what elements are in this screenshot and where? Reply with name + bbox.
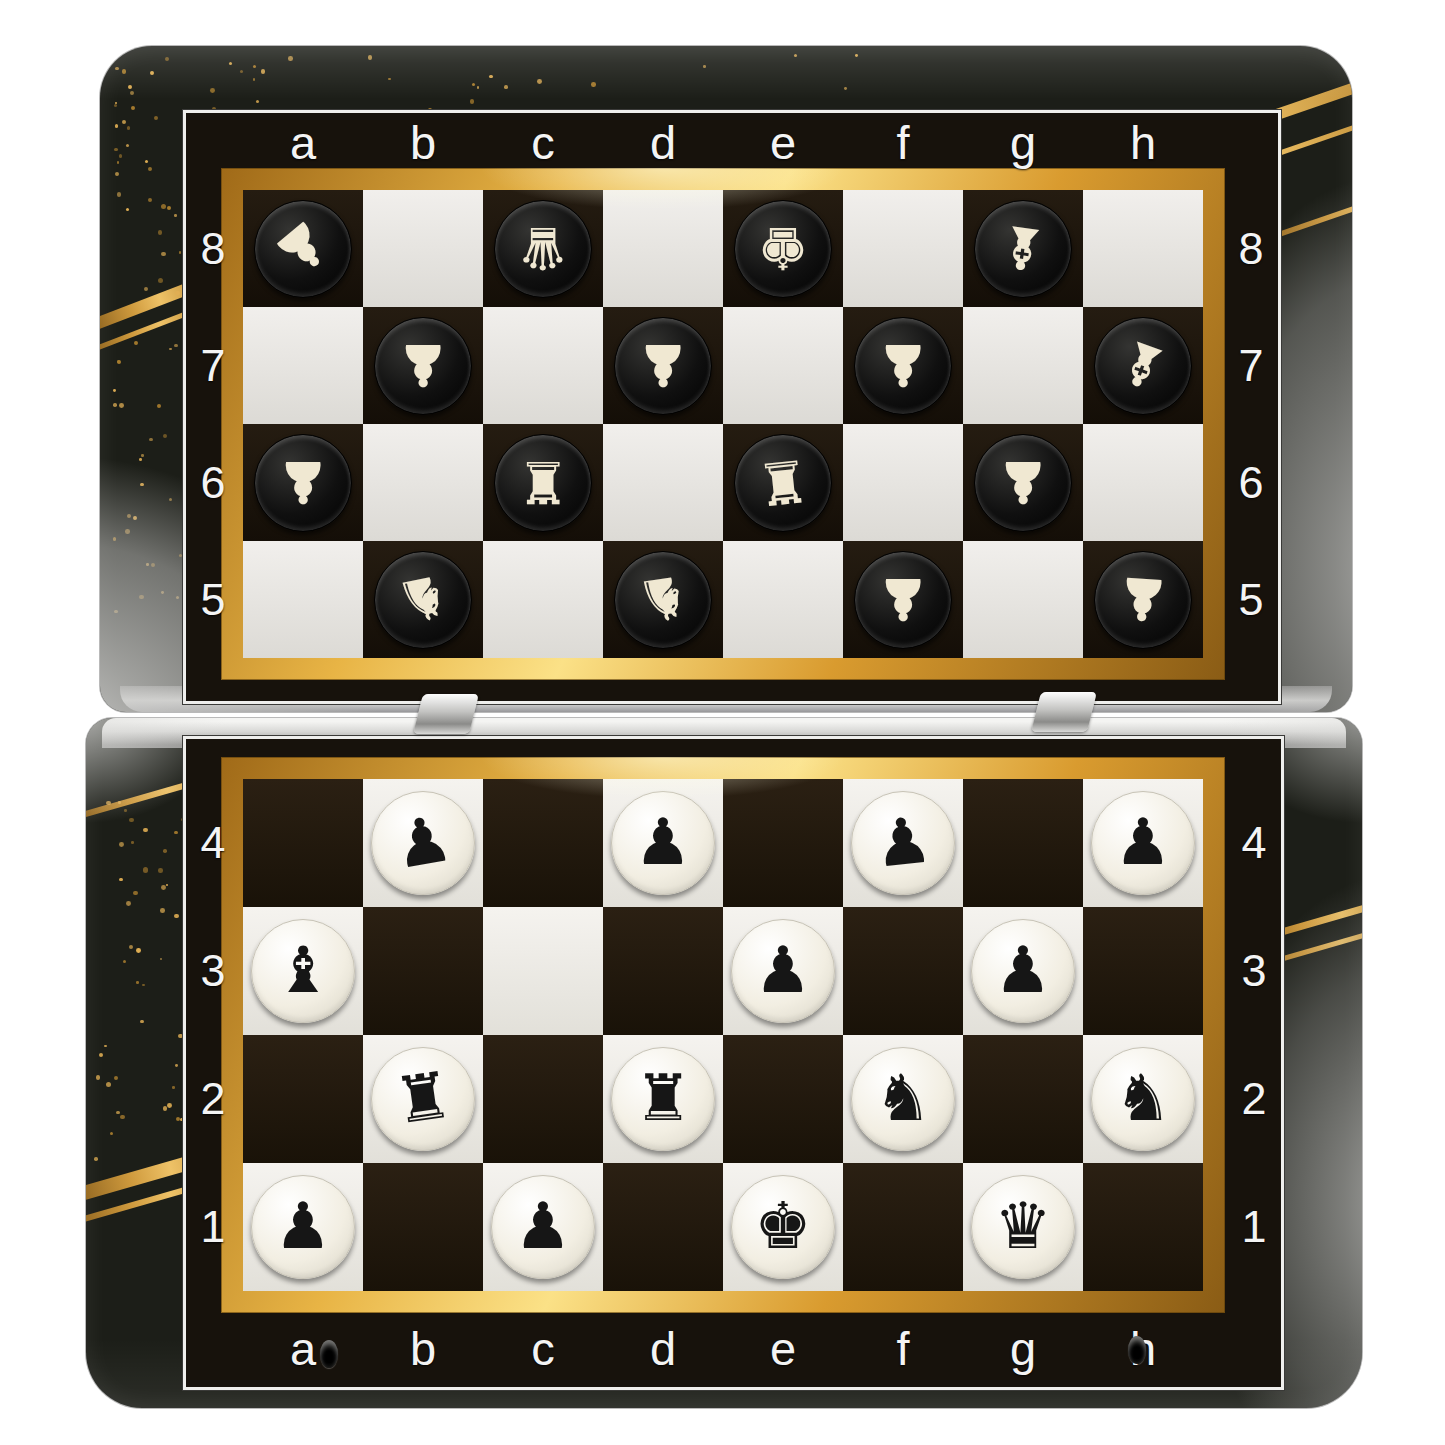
square-a8[interactable]: ♟ (243, 190, 363, 307)
product-photo-stage: abcdefgh 8765 8765 ♟♛♚♝♟♟♟♝♟♜♜♟♞♞♟♟ 4321… (0, 0, 1445, 1445)
gold-dot (118, 801, 121, 804)
square-b7[interactable]: ♟ (363, 307, 483, 424)
piece-white-rook-d2[interactable]: ♜ (611, 1047, 715, 1151)
gold-dot (148, 167, 152, 171)
gold-dot (158, 230, 163, 235)
pawn-glyph: ♟ (975, 435, 1071, 529)
gold-dot (127, 514, 131, 518)
rank-label-4: 4 (186, 779, 240, 907)
rank-label-6: 6 (186, 424, 240, 541)
rank-label-5: 5 (1224, 541, 1278, 658)
pawn-glyph: ♟ (855, 318, 951, 412)
gold-dot (169, 348, 172, 351)
top-board-panel: abcdefgh 8765 8765 ♟♛♚♝♟♟♟♝♟♜♜♟♞♞♟♟ (183, 110, 1281, 704)
square-c2[interactable] (483, 1035, 603, 1163)
square-c4[interactable] (483, 779, 603, 907)
gold-dot (160, 958, 162, 960)
square-d7[interactable]: ♟ (603, 307, 723, 424)
knight-glyph: ♞ (852, 1048, 954, 1148)
file-label-e: e (723, 115, 843, 170)
square-b5[interactable]: ♞ (363, 541, 483, 658)
square-g7[interactable] (963, 307, 1083, 424)
square-e1[interactable]: ♚ (723, 1163, 843, 1291)
square-h3[interactable] (1083, 907, 1203, 1035)
rank-label-8: 8 (186, 190, 240, 307)
square-h6[interactable] (1083, 424, 1203, 541)
gold-dot (146, 563, 149, 566)
gold-dot (145, 160, 148, 163)
pawn-glyph: ♟ (492, 1176, 594, 1276)
piece-black-pawn-f7[interactable]: ♟ (854, 317, 952, 415)
hinge-clip-right (1031, 692, 1097, 732)
gold-board-frame: ♟♛♚♝♟♟♟♝♟♜♜♟♞♞♟♟ (221, 168, 1225, 680)
gold-dot (117, 161, 119, 163)
gold-dot (161, 591, 164, 594)
piece-white-queen-g1[interactable]: ♛ (971, 1175, 1075, 1279)
gold-dot (140, 1020, 144, 1024)
tin-base-bottom: 4321 4321 ♟♟♟♟♝♟♟♜♜♞♞♟♟♚♛ abcdefgh (86, 718, 1362, 1408)
gold-dot (124, 809, 127, 812)
piece-white-pawn-f4[interactable]: ♟ (851, 791, 955, 895)
gold-dot (116, 1111, 120, 1115)
gold-dot (240, 70, 244, 74)
gold-dot (114, 1076, 118, 1080)
knight-glyph: ♞ (609, 545, 717, 651)
piece-black-king-e8[interactable]: ♚ (734, 200, 832, 298)
gold-dot (210, 88, 215, 93)
file-label-b: b (363, 1319, 483, 1377)
gold-dot (175, 291, 179, 295)
queen-glyph: ♛ (972, 1176, 1074, 1276)
piece-white-king-e1[interactable]: ♚ (731, 1175, 835, 1279)
square-a2[interactable] (243, 1035, 363, 1163)
rank-label-3: 3 (1227, 907, 1281, 1035)
square-e2[interactable] (723, 1035, 843, 1163)
gold-dot (150, 71, 154, 75)
square-a5[interactable] (243, 541, 363, 658)
pawn-glyph: ♟ (855, 552, 951, 646)
king-glyph: ♚ (735, 201, 831, 295)
gold-dot (160, 908, 165, 913)
gold-dot (175, 1064, 178, 1067)
file-label-a: a (243, 115, 363, 170)
file-label-b: b (363, 115, 483, 170)
gold-dot (477, 86, 480, 89)
square-d4[interactable]: ♟ (603, 779, 723, 907)
gold-dot (253, 78, 256, 81)
piece-white-knight-f2[interactable]: ♞ (851, 1047, 955, 1151)
gold-dot (256, 100, 259, 103)
file-label-h: h (1083, 115, 1203, 170)
rank-labels-bottom-left: 4321 (186, 779, 240, 1291)
gold-dot (161, 204, 166, 209)
gold-dot (123, 960, 127, 964)
gold-dot (139, 595, 144, 600)
gold-dot (161, 252, 166, 257)
gold-dot (174, 344, 177, 347)
pawn-glyph: ♟ (252, 1176, 354, 1276)
square-a7[interactable] (243, 307, 363, 424)
piece-white-knight-h2[interactable]: ♞ (1091, 1047, 1195, 1151)
gold-dot (143, 867, 148, 872)
gold-dot (119, 403, 124, 408)
gold-dot (472, 83, 475, 86)
gold-dot (114, 148, 118, 152)
file-label-g: g (963, 115, 1083, 170)
gold-dot (117, 360, 120, 363)
square-f7[interactable]: ♟ (843, 307, 963, 424)
square-h5[interactable]: ♟ (1083, 541, 1203, 658)
square-c5[interactable] (483, 541, 603, 658)
square-g6[interactable]: ♟ (963, 424, 1083, 541)
piece-black-rook-e6[interactable]: ♜ (734, 434, 832, 532)
gold-dot (172, 1086, 174, 1088)
piece-black-pawn-b7[interactable]: ♟ (374, 317, 472, 415)
file-label-f: f (843, 1319, 963, 1377)
pawn-glyph: ♟ (255, 435, 351, 529)
square-h2[interactable]: ♞ (1083, 1035, 1203, 1163)
gold-dot (126, 208, 129, 211)
rook-glyph: ♜ (366, 1041, 481, 1154)
gold-dot (114, 56, 117, 59)
gold-dot (167, 1103, 172, 1108)
piece-black-pawn-f5[interactable]: ♟ (854, 551, 952, 649)
rank-labels-bottom-right: 4321 (1227, 779, 1281, 1291)
piece-white-rook-b2[interactable]: ♜ (371, 1047, 475, 1151)
gold-dot (114, 104, 117, 107)
pawn-glyph: ♟ (1092, 792, 1194, 892)
hinge-clip-left (413, 694, 479, 734)
king-glyph: ♚ (732, 1176, 834, 1276)
square-f2[interactable]: ♞ (843, 1035, 963, 1163)
file-label-d: d (603, 115, 723, 170)
queen-glyph: ♛ (495, 201, 591, 295)
piece-black-pawn-a6[interactable]: ♟ (254, 434, 352, 532)
piece-black-pawn-g6[interactable]: ♟ (974, 434, 1072, 532)
file-label-d: d (603, 1319, 723, 1377)
gold-dot (844, 87, 847, 90)
pawn-glyph: ♟ (236, 181, 370, 315)
pawn-glyph: ♟ (732, 920, 834, 1020)
piece-white-bishop-a3[interactable]: ♝ (251, 919, 355, 1023)
file-label-g: g (963, 1319, 1083, 1377)
square-c7[interactable] (483, 307, 603, 424)
gold-dot (388, 78, 391, 81)
gold-dot (133, 891, 138, 896)
gold-dot (104, 1045, 106, 1047)
rank-label-2: 2 (186, 1035, 240, 1163)
gold-dot (142, 984, 145, 987)
piece-white-pawn-d4[interactable]: ♟ (611, 791, 715, 895)
rank-label-7: 7 (1224, 307, 1278, 424)
gold-dot (119, 878, 123, 882)
gold-board-frame: ♟♟♟♟♝♟♟♜♜♞♞♟♟♚♛ (221, 757, 1225, 1313)
gold-dot (368, 55, 373, 60)
square-h4[interactable]: ♟ (1083, 779, 1203, 907)
gold-dot (129, 945, 133, 949)
gold-dot (94, 1157, 97, 1160)
gold-dot (134, 341, 138, 345)
square-g8[interactable]: ♝ (963, 190, 1083, 307)
square-b4[interactable]: ♟ (363, 779, 483, 907)
gold-dot (133, 516, 137, 520)
gold-dot (106, 801, 110, 805)
gold-dot (179, 554, 182, 557)
gold-dot (136, 948, 141, 953)
file-label-c: c (483, 115, 603, 170)
rook-glyph: ♜ (612, 1048, 714, 1148)
square-g5[interactable] (963, 541, 1083, 658)
square-b8[interactable] (363, 190, 483, 307)
gold-dot (794, 54, 798, 58)
gold-dot (158, 868, 162, 872)
gold-dot (122, 120, 126, 124)
square-c8[interactable]: ♛ (483, 190, 603, 307)
gold-dot (165, 57, 169, 61)
gold-dot (591, 82, 596, 87)
gold-dot (537, 79, 542, 84)
piece-white-pawn-e3[interactable]: ♟ (731, 919, 835, 1023)
gold-dot (176, 596, 179, 599)
gold-dot (115, 172, 119, 176)
pawn-glyph: ♟ (1092, 548, 1194, 648)
square-d5[interactable]: ♞ (603, 541, 723, 658)
square-a1[interactable]: ♟ (243, 1163, 363, 1291)
pawn-glyph: ♟ (972, 920, 1074, 1020)
piece-black-bishop-g8[interactable]: ♝ (974, 200, 1072, 298)
file-labels-top: abcdefgh (243, 115, 1203, 169)
piece-black-rook-c6[interactable]: ♜ (494, 434, 592, 532)
gold-dot (166, 884, 168, 886)
gold-dot (119, 842, 124, 847)
rank-label-3: 3 (186, 907, 240, 1035)
file-label-a: a (243, 1319, 363, 1377)
gold-dot (113, 537, 117, 541)
tin-rim-hole-left (320, 1340, 338, 1368)
gold-dot (163, 434, 167, 438)
square-a3[interactable]: ♝ (243, 907, 363, 1035)
rook-glyph: ♜ (730, 430, 835, 534)
rook-glyph: ♜ (495, 435, 591, 529)
gold-dot (157, 404, 161, 408)
square-g2[interactable] (963, 1035, 1083, 1163)
square-b3[interactable] (363, 907, 483, 1035)
file-label-e: e (723, 1319, 843, 1377)
rank-label-1: 1 (1227, 1163, 1281, 1291)
gold-dot (99, 1053, 103, 1057)
rank-label-1: 1 (186, 1163, 240, 1291)
square-d6[interactable] (603, 424, 723, 541)
gold-dot (148, 198, 152, 202)
chessboard-ranks-4-to-1: ♟♟♟♟♝♟♟♜♜♞♞♟♟♚♛ (243, 779, 1203, 1291)
gold-dot (703, 65, 705, 67)
piece-white-pawn-b4[interactable]: ♟ (371, 791, 475, 895)
square-a6[interactable]: ♟ (243, 424, 363, 541)
gold-dot (154, 116, 158, 120)
gold-dot (125, 529, 130, 534)
gold-dot (163, 1106, 167, 1110)
gold-dot (139, 458, 142, 461)
rank-label-7: 7 (186, 307, 240, 424)
gold-dot (504, 85, 508, 89)
piece-black-knight-b5[interactable]: ♞ (374, 551, 472, 649)
bishop-glyph: ♝ (252, 920, 354, 1020)
gold-dot (174, 214, 177, 217)
piece-black-pawn-a8[interactable]: ♟ (254, 200, 352, 298)
pawn-glyph: ♟ (615, 318, 711, 412)
gold-dot (117, 192, 121, 196)
square-b1[interactable] (363, 1163, 483, 1291)
gold-dot (470, 99, 475, 104)
pawn-glyph: ♟ (612, 792, 714, 892)
gold-dot (161, 885, 166, 890)
gold-dot (106, 1082, 111, 1087)
bishop-glyph: ♝ (1082, 304, 1204, 425)
piece-black-bishop-h7[interactable]: ♝ (1094, 317, 1192, 415)
square-h7[interactable]: ♝ (1083, 307, 1203, 424)
square-a4[interactable] (243, 779, 363, 907)
knight-glyph: ♞ (366, 543, 479, 655)
file-label-f: f (843, 115, 963, 170)
gold-dot (96, 1075, 100, 1079)
square-c3[interactable] (483, 907, 603, 1035)
tin-lid-top: abcdefgh 8765 8765 ♟♛♚♝♟♟♟♝♟♜♜♟♞♞♟♟ (100, 46, 1352, 712)
gold-dot (140, 483, 143, 486)
gold-dot (144, 287, 148, 291)
gold-dot (176, 1117, 180, 1121)
square-h1[interactable] (1083, 1163, 1203, 1291)
piece-white-pawn-a1[interactable]: ♟ (251, 1175, 355, 1279)
gold-dot (128, 85, 132, 89)
pawn-glyph: ♟ (364, 784, 482, 900)
square-f1[interactable] (843, 1163, 963, 1291)
square-d1[interactable] (603, 1163, 723, 1291)
square-g3[interactable]: ♟ (963, 907, 1083, 1035)
gold-dot (143, 828, 147, 832)
rank-label-6: 6 (1224, 424, 1278, 541)
piece-white-pawn-h4[interactable]: ♟ (1091, 791, 1195, 895)
rank-label-4: 4 (1227, 779, 1281, 907)
square-e4[interactable] (723, 779, 843, 907)
square-f4[interactable]: ♟ (843, 779, 963, 907)
gold-dot (119, 154, 123, 158)
square-f6[interactable] (843, 424, 963, 541)
gold-dot (136, 981, 139, 984)
square-d2[interactable]: ♜ (603, 1035, 723, 1163)
gold-dot (163, 849, 167, 853)
gold-dot (141, 454, 143, 456)
gold-dot (114, 54, 118, 58)
square-d8[interactable] (603, 190, 723, 307)
square-e7[interactable] (723, 307, 843, 424)
gold-dot (169, 498, 172, 501)
piece-black-queen-c8[interactable]: ♛ (494, 200, 592, 298)
rank-label-5: 5 (186, 541, 240, 658)
file-labels-bottom: abcdefgh (243, 1319, 1203, 1377)
square-f8[interactable] (843, 190, 963, 307)
bishop-glyph: ♝ (969, 194, 1077, 300)
pawn-glyph: ♟ (847, 787, 959, 897)
square-c1[interactable]: ♟ (483, 1163, 603, 1291)
gold-dot (229, 62, 232, 65)
gold-dot (489, 75, 492, 78)
gold-dot (174, 914, 178, 918)
piece-white-pawn-c1[interactable]: ♟ (491, 1175, 595, 1279)
square-f3[interactable] (843, 907, 963, 1035)
gold-dot (131, 106, 135, 110)
square-e6[interactable]: ♜ (723, 424, 843, 541)
gold-dot (158, 278, 163, 283)
rank-labels-top-left: 8765 (186, 190, 240, 658)
gold-dot (113, 403, 117, 407)
gold-dot (174, 831, 177, 834)
piece-black-knight-d5[interactable]: ♞ (614, 551, 712, 649)
gold-dot (149, 438, 152, 441)
gold-dot (130, 91, 134, 95)
gold-dot (131, 841, 134, 844)
gold-dot (114, 610, 117, 613)
rank-label-8: 8 (1224, 190, 1278, 307)
square-b2[interactable]: ♜ (363, 1035, 483, 1163)
square-b6[interactable] (363, 424, 483, 541)
square-g1[interactable]: ♛ (963, 1163, 1083, 1291)
gold-dot (122, 69, 126, 73)
gold-dot (179, 251, 182, 254)
gold-dot (127, 126, 130, 129)
square-g4[interactable] (963, 779, 1083, 907)
square-e8[interactable]: ♚ (723, 190, 843, 307)
file-label-c: c (483, 1319, 603, 1377)
piece-white-pawn-g3[interactable]: ♟ (971, 919, 1075, 1023)
pawn-glyph: ♟ (375, 318, 471, 412)
gold-dot (115, 124, 119, 128)
knight-glyph: ♞ (1092, 1048, 1194, 1148)
square-c6[interactable]: ♜ (483, 424, 603, 541)
square-h8[interactable] (1083, 190, 1203, 307)
rank-labels-top-right: 8765 (1224, 190, 1278, 658)
square-f5[interactable]: ♟ (843, 541, 963, 658)
gold-dot (288, 56, 293, 61)
square-d3[interactable] (603, 907, 723, 1035)
gold-dot (115, 67, 118, 70)
gold-dot (120, 1115, 124, 1119)
gold-dot (126, 901, 131, 906)
rank-label-2: 2 (1227, 1035, 1281, 1163)
piece-black-pawn-h5[interactable]: ♟ (1094, 551, 1192, 649)
piece-black-pawn-d7[interactable]: ♟ (614, 317, 712, 415)
square-e3[interactable]: ♟ (723, 907, 843, 1035)
gold-dot (167, 206, 171, 210)
gold-dot (261, 69, 265, 73)
gold-dot (110, 1132, 113, 1135)
gold-dot (126, 144, 129, 147)
tin-rim-hole-right (1128, 1336, 1146, 1364)
gold-dot (151, 563, 155, 567)
gold-dot (855, 54, 858, 57)
bottom-board-panel: 4321 4321 ♟♟♟♟♝♟♟♜♜♞♞♟♟♚♛ abcdefgh (183, 736, 1284, 1390)
square-e5[interactable] (723, 541, 843, 658)
chessboard-ranks-8-to-5: ♟♛♚♝♟♟♟♝♟♜♜♟♞♞♟♟ (243, 190, 1203, 658)
gold-dot (253, 65, 256, 68)
gold-dot (113, 389, 116, 392)
gold-dot (129, 818, 133, 822)
